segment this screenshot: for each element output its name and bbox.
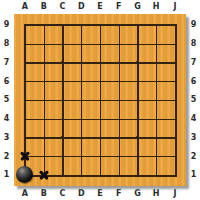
row-label: 7 bbox=[187, 53, 200, 72]
row-label: 2 bbox=[0, 147, 13, 166]
column-label: J bbox=[166, 0, 185, 13]
row-label: 5 bbox=[187, 91, 200, 110]
row-label: 6 bbox=[187, 72, 200, 91]
board-points bbox=[16, 16, 185, 185]
row-label: 3 bbox=[187, 128, 200, 147]
row-label: 2 bbox=[187, 147, 200, 166]
star-point bbox=[61, 136, 64, 139]
column-label: C bbox=[53, 187, 72, 200]
row-label: 8 bbox=[187, 34, 200, 53]
row-label: 8 bbox=[0, 34, 13, 53]
column-label: B bbox=[34, 187, 53, 200]
column-label: D bbox=[72, 0, 91, 13]
column-label: A bbox=[16, 187, 35, 200]
go-board-diagram: ABCDEFGHJ ABCDEFGHJ 987654321 987654321 bbox=[0, 0, 200, 200]
column-labels-top: ABCDEFGHJ bbox=[16, 0, 185, 13]
column-label: G bbox=[128, 0, 147, 13]
row-label: 6 bbox=[0, 72, 13, 91]
column-label: F bbox=[109, 0, 128, 13]
star-point bbox=[136, 136, 139, 139]
column-labels-bottom: ABCDEFGHJ bbox=[16, 187, 185, 200]
row-label: 4 bbox=[187, 109, 200, 128]
row-label: 7 bbox=[0, 53, 13, 72]
column-label: A bbox=[16, 0, 35, 13]
column-label: E bbox=[91, 0, 110, 13]
row-label: 9 bbox=[0, 16, 13, 35]
goban[interactable] bbox=[14, 14, 186, 186]
column-label: C bbox=[53, 0, 72, 13]
x-mark bbox=[19, 151, 30, 162]
x-mark bbox=[38, 169, 49, 180]
row-label: 1 bbox=[0, 166, 13, 185]
column-label: J bbox=[166, 187, 185, 200]
column-label: H bbox=[147, 0, 166, 13]
column-label: G bbox=[128, 187, 147, 200]
column-label: D bbox=[72, 187, 91, 200]
row-label: 9 bbox=[187, 16, 200, 35]
row-label: 4 bbox=[0, 109, 13, 128]
star-point bbox=[61, 61, 64, 64]
column-label: H bbox=[147, 187, 166, 200]
star-point bbox=[136, 61, 139, 64]
row-label: 5 bbox=[0, 91, 13, 110]
column-label: B bbox=[34, 0, 53, 13]
row-labels-left: 987654321 bbox=[0, 16, 13, 185]
row-label: 1 bbox=[187, 166, 200, 185]
row-label: 3 bbox=[0, 128, 13, 147]
column-label: F bbox=[109, 187, 128, 200]
row-labels-right: 987654321 bbox=[187, 16, 200, 185]
black-stone bbox=[16, 166, 33, 183]
column-label: E bbox=[91, 187, 110, 200]
